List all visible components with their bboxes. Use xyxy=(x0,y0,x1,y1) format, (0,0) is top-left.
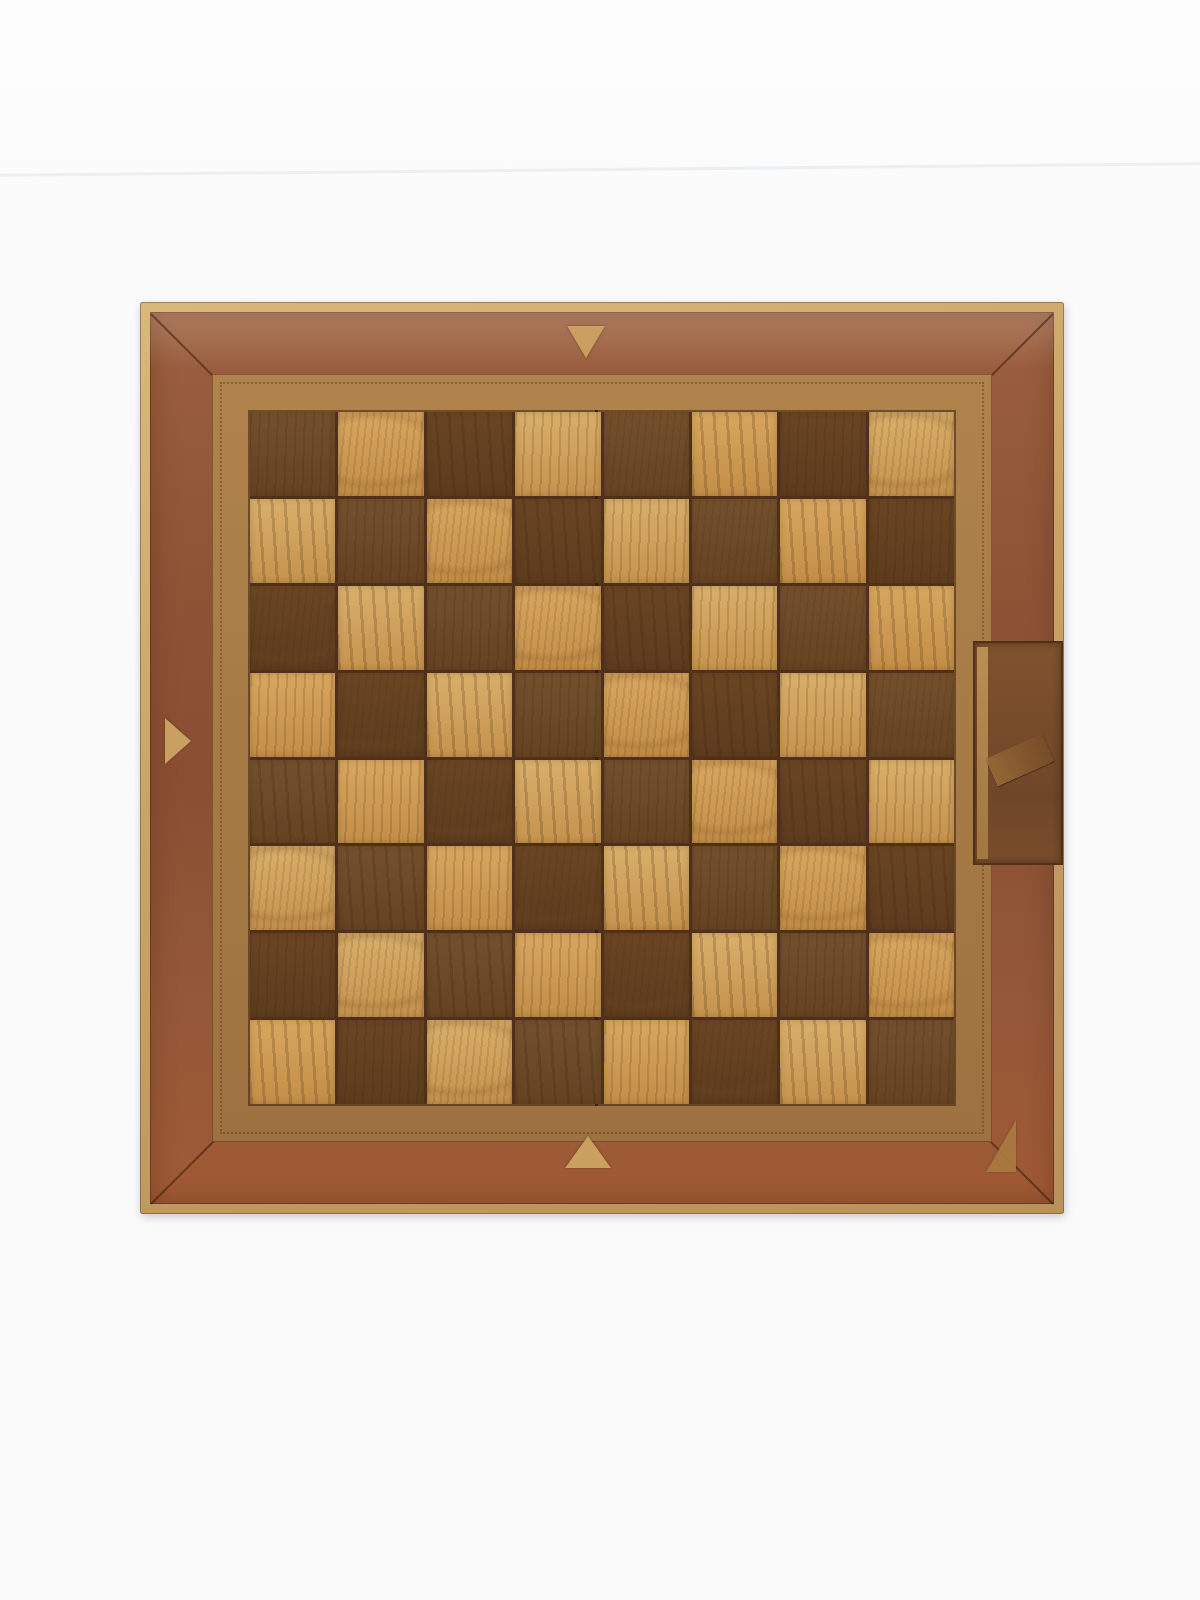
square-h5[interactable] xyxy=(869,673,954,757)
square-f4[interactable] xyxy=(692,760,777,844)
frame-inlay-triangle-top xyxy=(567,326,605,358)
square-e5[interactable] xyxy=(604,673,689,757)
frame-corner-patch-bottom-right xyxy=(986,1120,1016,1172)
square-f2[interactable] xyxy=(692,933,777,1017)
square-a8[interactable] xyxy=(250,412,335,496)
square-c5[interactable] xyxy=(427,673,512,757)
square-a2[interactable] xyxy=(250,933,335,1017)
square-g3[interactable] xyxy=(780,846,865,930)
square-a1[interactable] xyxy=(250,1020,335,1104)
square-d5[interactable] xyxy=(515,673,600,757)
square-d7[interactable] xyxy=(515,499,600,583)
square-e4[interactable] xyxy=(604,760,689,844)
board-grid xyxy=(250,412,954,1104)
square-h2[interactable] xyxy=(869,933,954,1017)
square-g8[interactable] xyxy=(780,412,865,496)
square-h6[interactable] xyxy=(869,586,954,670)
square-c1[interactable] xyxy=(427,1020,512,1104)
square-e7[interactable] xyxy=(604,499,689,583)
square-d8[interactable] xyxy=(515,412,600,496)
square-d4[interactable] xyxy=(515,760,600,844)
frame-inlay-triangle-bottom xyxy=(565,1136,611,1168)
square-c4[interactable] xyxy=(427,760,512,844)
square-g7[interactable] xyxy=(780,499,865,583)
square-b8[interactable] xyxy=(338,412,423,496)
square-f7[interactable] xyxy=(692,499,777,583)
photo-backdrop xyxy=(0,0,1200,1600)
square-c6[interactable] xyxy=(427,586,512,670)
square-a6[interactable] xyxy=(250,586,335,670)
square-d2[interactable] xyxy=(515,933,600,1017)
frame-inlay-triangle-left xyxy=(165,718,191,764)
square-d3[interactable] xyxy=(515,846,600,930)
square-b2[interactable] xyxy=(338,933,423,1017)
square-h8[interactable] xyxy=(869,412,954,496)
square-a3[interactable] xyxy=(250,846,335,930)
board-frame xyxy=(150,312,1054,1204)
square-b5[interactable] xyxy=(338,673,423,757)
square-c3[interactable] xyxy=(427,846,512,930)
square-b4[interactable] xyxy=(338,760,423,844)
square-e2[interactable] xyxy=(604,933,689,1017)
board-inner-frame xyxy=(212,374,992,1142)
square-e6[interactable] xyxy=(604,586,689,670)
square-g4[interactable] xyxy=(780,760,865,844)
square-h3[interactable] xyxy=(869,846,954,930)
square-e8[interactable] xyxy=(604,412,689,496)
frame-latch-panel xyxy=(973,641,1063,865)
square-h7[interactable] xyxy=(869,499,954,583)
square-h4[interactable] xyxy=(869,760,954,844)
square-a4[interactable] xyxy=(250,760,335,844)
square-f6[interactable] xyxy=(692,586,777,670)
square-f3[interactable] xyxy=(692,846,777,930)
square-h1[interactable] xyxy=(869,1020,954,1104)
square-g2[interactable] xyxy=(780,933,865,1017)
square-d6[interactable] xyxy=(515,586,600,670)
checkerboard xyxy=(140,302,1064,1214)
square-f8[interactable] xyxy=(692,412,777,496)
square-g1[interactable] xyxy=(780,1020,865,1104)
square-e3[interactable] xyxy=(604,846,689,930)
square-g6[interactable] xyxy=(780,586,865,670)
square-f5[interactable] xyxy=(692,673,777,757)
background-seam-line xyxy=(0,162,1200,177)
square-d1[interactable] xyxy=(515,1020,600,1104)
square-c2[interactable] xyxy=(427,933,512,1017)
square-a5[interactable] xyxy=(250,673,335,757)
square-c8[interactable] xyxy=(427,412,512,496)
square-g5[interactable] xyxy=(780,673,865,757)
square-b1[interactable] xyxy=(338,1020,423,1104)
square-b6[interactable] xyxy=(338,586,423,670)
square-e1[interactable] xyxy=(604,1020,689,1104)
square-a7[interactable] xyxy=(250,499,335,583)
square-f1[interactable] xyxy=(692,1020,777,1104)
square-b7[interactable] xyxy=(338,499,423,583)
square-c7[interactable] xyxy=(427,499,512,583)
square-b3[interactable] xyxy=(338,846,423,930)
